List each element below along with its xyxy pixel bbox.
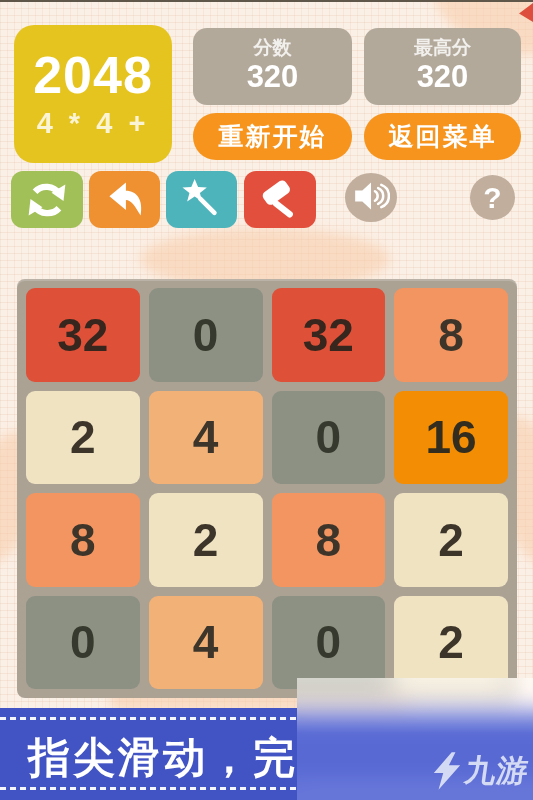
tile-2[interactable]: 2 — [149, 493, 263, 587]
app-screen: 2048 4 * 4 + 分数 320 最高分 320 重新开始 返回菜单 — [0, 0, 533, 800]
tile-0[interactable]: 0 — [272, 391, 386, 485]
tile-0[interactable]: 0 — [272, 596, 386, 690]
game-logo-card: 2048 4 * 4 + — [14, 25, 172, 163]
back-to-menu-button[interactable]: 返回菜单 — [364, 113, 521, 160]
board-grid[interactable]: 3203282401682820402 — [26, 288, 508, 689]
restart-button[interactable]: 重新开始 — [193, 113, 352, 160]
top-edge-line — [0, 0, 533, 2]
refresh-button[interactable] — [11, 171, 83, 228]
undo-icon — [103, 178, 147, 222]
magic-wand-button[interactable] — [166, 171, 237, 228]
tile-2[interactable]: 2 — [26, 391, 140, 485]
score-value: 320 — [247, 59, 299, 95]
tile-0[interactable]: 0 — [26, 596, 140, 690]
tile-4[interactable]: 4 — [149, 391, 263, 485]
best-score-box: 最高分 320 — [364, 28, 521, 105]
help-icon: ? — [483, 181, 501, 215]
refresh-icon — [25, 178, 69, 222]
hammer-button[interactable] — [244, 171, 316, 228]
tile-4[interactable]: 4 — [149, 596, 263, 690]
tile-2[interactable]: 2 — [394, 493, 508, 587]
best-score-label: 最高分 — [414, 38, 471, 59]
hammer-icon — [258, 178, 302, 222]
watermark: 九游 — [431, 750, 529, 792]
footer-message: 指尖滑动，完 — [28, 730, 298, 786]
lightning-logo-icon — [431, 751, 463, 791]
magic-wand-icon — [180, 178, 224, 222]
tile-8[interactable]: 8 — [394, 288, 508, 382]
tile-16[interactable]: 16 — [394, 391, 508, 485]
help-button[interactable]: ? — [470, 175, 515, 220]
watermark-text: 九游 — [462, 750, 532, 792]
tile-0[interactable]: 0 — [149, 288, 263, 382]
game-variant-label: 4 * 4 + — [37, 107, 150, 140]
speaker-icon — [352, 177, 390, 218]
tile-8[interactable]: 8 — [26, 493, 140, 587]
tile-32[interactable]: 32 — [26, 288, 140, 382]
tile-2[interactable]: 2 — [394, 596, 508, 690]
game-title: 2048 — [33, 49, 153, 101]
score-label: 分数 — [254, 38, 292, 59]
tile-32[interactable]: 32 — [272, 288, 386, 382]
sound-button[interactable] — [345, 173, 397, 222]
board[interactable]: 3203282401682820402 — [17, 279, 517, 698]
tile-8[interactable]: 8 — [272, 493, 386, 587]
undo-button[interactable] — [89, 171, 160, 228]
best-score-value: 320 — [417, 59, 469, 95]
score-box: 分数 320 — [193, 28, 352, 105]
